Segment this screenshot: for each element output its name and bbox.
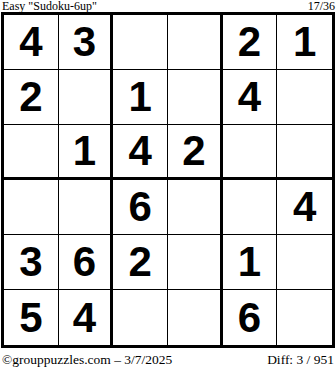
cell-r6c3[interactable]	[113, 290, 168, 345]
cell-r2c2[interactable]	[59, 70, 114, 125]
cell-r3c3[interactable]: 4	[113, 125, 168, 180]
cell-r1c3[interactable]	[113, 15, 168, 70]
cell-r5c2[interactable]: 6	[59, 235, 114, 290]
sudoku-board: 4 3 2 1 2 1 4 1 4 2 6 4 3 6 2 1 5 4 6	[1, 12, 335, 348]
cell-r4c5[interactable]	[223, 180, 278, 235]
cell-r6c6[interactable]	[277, 290, 332, 345]
cell-r3c4[interactable]: 2	[168, 125, 223, 180]
cell-r6c4[interactable]	[168, 290, 223, 345]
cell-r4c1[interactable]	[4, 180, 59, 235]
cell-r5c3[interactable]: 2	[113, 235, 168, 290]
cell-r4c4[interactable]	[168, 180, 223, 235]
cell-r1c4[interactable]	[168, 15, 223, 70]
cell-r4c3[interactable]: 6	[113, 180, 168, 235]
cell-r5c5[interactable]: 1	[223, 235, 278, 290]
cell-r1c1[interactable]: 4	[4, 15, 59, 70]
cell-r4c2[interactable]	[59, 180, 114, 235]
cell-r2c1[interactable]: 2	[4, 70, 59, 125]
header: Easy "Sudoku-6up" 17/36	[0, 0, 336, 12]
cell-r1c6[interactable]: 1	[277, 15, 332, 70]
cell-r1c5[interactable]: 2	[223, 15, 278, 70]
cell-r2c3[interactable]: 1	[113, 70, 168, 125]
puzzle-counter: 17/36	[308, 0, 335, 12]
copyright-text: ©grouppuzzles.com – 3/7/2025	[2, 352, 172, 368]
cell-r6c1[interactable]: 5	[4, 290, 59, 345]
puzzle-title: Easy "Sudoku-6up"	[2, 0, 97, 12]
cell-r6c5[interactable]: 6	[223, 290, 278, 345]
cell-r3c6[interactable]	[277, 125, 332, 180]
cell-r3c1[interactable]	[4, 125, 59, 180]
cell-r4c6[interactable]: 4	[277, 180, 332, 235]
cell-r2c6[interactable]	[277, 70, 332, 125]
difficulty-text: Diff: 3 / 951	[267, 352, 334, 368]
cell-r5c6[interactable]	[277, 235, 332, 290]
cell-r2c5[interactable]: 4	[223, 70, 278, 125]
cell-r2c4[interactable]	[168, 70, 223, 125]
cell-r5c1[interactable]: 3	[4, 235, 59, 290]
cell-r3c2[interactable]: 1	[59, 125, 114, 180]
cell-r5c4[interactable]	[168, 235, 223, 290]
cell-r3c5[interactable]	[223, 125, 278, 180]
cell-r6c2[interactable]: 4	[59, 290, 114, 345]
cell-r1c2[interactable]: 3	[59, 15, 114, 70]
footer: ©grouppuzzles.com – 3/7/2025 Diff: 3 / 9…	[0, 352, 336, 368]
